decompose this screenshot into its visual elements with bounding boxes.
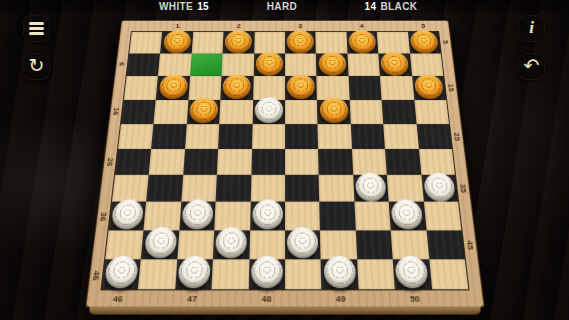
light-square	[249, 230, 285, 259]
edge-label: 50	[396, 290, 434, 306]
square-30[interactable]	[385, 149, 421, 175]
white-man-square-34[interactable]	[355, 173, 386, 202]
square-33[interactable]	[285, 175, 320, 202]
square-14[interactable]	[348, 76, 381, 99]
edge-label: 49	[322, 290, 360, 306]
light-square	[112, 175, 149, 202]
square-23[interactable]	[285, 124, 318, 149]
edge-label: 48	[248, 290, 285, 306]
square-4[interactable]	[346, 32, 378, 54]
black-man-square-19[interactable]	[319, 98, 348, 124]
light-square	[105, 230, 144, 259]
black-man-square-17[interactable]	[189, 98, 219, 124]
board: 1 2 3 4 5 46 47 48 49 50 6 16 26 36 46	[85, 20, 485, 308]
light-square	[124, 76, 158, 99]
square-43[interactable]	[285, 230, 321, 259]
light-square	[318, 124, 352, 149]
black-score-label: BLACK	[380, 1, 417, 12]
light-square	[253, 76, 285, 99]
square-11[interactable]	[156, 76, 190, 99]
square-18[interactable]	[252, 100, 285, 124]
white-score-label: WHITE	[159, 1, 193, 12]
light-square	[380, 76, 414, 99]
white-man-square-47[interactable]	[177, 256, 210, 288]
black-man-square-15[interactable]	[414, 74, 444, 99]
white-man-square-18[interactable]	[254, 98, 283, 124]
square-32[interactable]	[216, 175, 251, 202]
white-score: WHITE 15	[148, 0, 220, 13]
light-square	[285, 202, 320, 230]
light-square	[217, 149, 252, 175]
white-man-square-38[interactable]	[252, 200, 283, 230]
square-39[interactable]	[320, 202, 356, 230]
hamburger-icon	[29, 22, 44, 25]
square-31[interactable]	[146, 175, 183, 202]
light-square	[254, 32, 285, 54]
light-square	[252, 124, 285, 149]
undo-button[interactable]: ↶	[518, 53, 545, 80]
black-man-square-12[interactable]	[223, 74, 252, 99]
white-man-square-41[interactable]	[144, 227, 177, 258]
black-man-square-4[interactable]	[348, 30, 376, 53]
square-27[interactable]	[183, 149, 218, 175]
square-47[interactable]	[175, 259, 213, 289]
black-man-square-11[interactable]	[158, 74, 188, 99]
edge-label: 47	[173, 290, 211, 306]
light-square	[319, 175, 354, 202]
square-22[interactable]	[218, 124, 252, 149]
light-square	[383, 124, 418, 149]
square-41[interactable]	[141, 230, 179, 259]
light-square	[424, 202, 462, 230]
white-man-square-40[interactable]	[391, 200, 424, 230]
restart-icon: ↻	[29, 56, 45, 75]
light-square	[387, 175, 424, 202]
square-50[interactable]	[393, 259, 432, 289]
light-square	[192, 32, 224, 54]
light-square	[118, 124, 154, 149]
board-grid	[100, 31, 469, 290]
square-25[interactable]	[416, 124, 452, 149]
info-button[interactable]: i	[518, 15, 545, 42]
black-man-square-2[interactable]	[225, 30, 253, 53]
light-square	[250, 175, 285, 202]
light-square	[316, 32, 348, 54]
black-score: 14 BLACK	[353, 0, 429, 13]
white-man-square-37[interactable]	[182, 200, 214, 230]
square-46[interactable]	[102, 259, 141, 289]
restart-button[interactable]: ↻	[23, 53, 50, 80]
square-5[interactable]	[408, 32, 441, 54]
white-man-square-50[interactable]	[395, 256, 429, 288]
black-man-square-3[interactable]	[287, 30, 314, 53]
white-man-square-42[interactable]	[215, 227, 247, 258]
light-square	[219, 100, 252, 124]
light-square	[285, 100, 318, 124]
light-square	[185, 124, 220, 149]
light-square	[357, 259, 395, 289]
black-man-square-8[interactable]	[255, 52, 283, 76]
light-square	[349, 100, 383, 124]
light-square	[154, 100, 189, 124]
light-square	[429, 259, 469, 289]
square-40[interactable]	[389, 202, 426, 230]
square-15[interactable]	[412, 76, 446, 99]
white-man-square-48[interactable]	[251, 256, 283, 288]
square-34[interactable]	[353, 175, 389, 202]
square-19[interactable]	[317, 100, 350, 124]
light-square	[181, 175, 217, 202]
square-37[interactable]	[179, 202, 216, 230]
light-square	[144, 202, 181, 230]
light-square	[285, 259, 322, 289]
light-square	[391, 230, 429, 259]
menu-button[interactable]	[23, 15, 50, 42]
square-49[interactable]	[321, 259, 358, 289]
square-1[interactable]	[160, 32, 193, 54]
light-square	[377, 32, 410, 54]
white-man-square-46[interactable]	[104, 256, 139, 288]
square-6[interactable]	[127, 54, 161, 77]
light-square	[320, 230, 357, 259]
square-10[interactable]	[378, 54, 411, 77]
black-man-square-13[interactable]	[287, 74, 315, 99]
light-square	[414, 100, 449, 124]
board-labels-bottom: 46 47 48 49 50	[99, 290, 472, 306]
undo-icon: ↶	[524, 56, 540, 75]
edge-label: 46	[99, 290, 138, 306]
light-square	[285, 149, 319, 175]
square-21[interactable]	[151, 124, 186, 149]
light-square	[347, 54, 380, 77]
square-12[interactable]	[221, 76, 254, 99]
square-8[interactable]	[253, 54, 285, 77]
black-score-count: 14	[365, 1, 377, 12]
white-man-square-36[interactable]	[111, 200, 144, 230]
square-17[interactable]	[187, 100, 221, 124]
difficulty-label: HARD	[247, 0, 317, 13]
square-16[interactable]	[121, 100, 156, 124]
square-7[interactable]	[190, 54, 223, 77]
square-36[interactable]	[109, 202, 147, 230]
square-38[interactable]	[250, 202, 285, 230]
black-man-square-5[interactable]	[409, 30, 438, 53]
status-bar: WHITE 15 HARD 14 BLACK	[0, 0, 569, 13]
square-9[interactable]	[316, 54, 348, 77]
square-45[interactable]	[426, 230, 465, 259]
square-13[interactable]	[285, 76, 317, 99]
black-man-square-1[interactable]	[162, 30, 191, 53]
light-square	[177, 230, 214, 259]
square-2[interactable]	[223, 32, 255, 54]
light-square	[419, 149, 455, 175]
square-26[interactable]	[115, 149, 151, 175]
square-42[interactable]	[213, 230, 250, 259]
light-square	[410, 54, 444, 77]
square-20[interactable]	[382, 100, 417, 124]
light-square	[317, 76, 350, 99]
square-35[interactable]	[421, 175, 458, 202]
light-square	[285, 54, 317, 77]
white-score-count: 15	[197, 1, 209, 12]
info-icon: i	[529, 19, 534, 36]
black-man-square-10[interactable]	[380, 52, 409, 76]
light-square	[149, 149, 185, 175]
square-48[interactable]	[248, 259, 285, 289]
square-28[interactable]	[251, 149, 285, 175]
white-man-square-49[interactable]	[323, 256, 356, 288]
light-square	[158, 54, 191, 77]
light-square	[222, 54, 254, 77]
board-perspective: 1 2 3 4 5 46 47 48 49 50 6 16 26 36 46	[85, 20, 485, 308]
square-29[interactable]	[318, 149, 353, 175]
light-square	[212, 259, 249, 289]
white-man-square-35[interactable]	[423, 173, 456, 202]
light-square	[129, 32, 162, 54]
app-screen: WHITE 15 HARD 14 BLACK ↻ i ↶ 1 2 3 4 5 4	[0, 0, 569, 320]
square-24[interactable]	[351, 124, 386, 149]
light-square	[354, 202, 391, 230]
light-square	[138, 259, 177, 289]
light-square	[352, 149, 387, 175]
light-square	[188, 76, 221, 99]
square-44[interactable]	[356, 230, 393, 259]
white-man-square-43[interactable]	[287, 227, 318, 258]
light-square	[214, 202, 250, 230]
square-3[interactable]	[285, 32, 316, 54]
black-man-square-9[interactable]	[318, 52, 346, 76]
